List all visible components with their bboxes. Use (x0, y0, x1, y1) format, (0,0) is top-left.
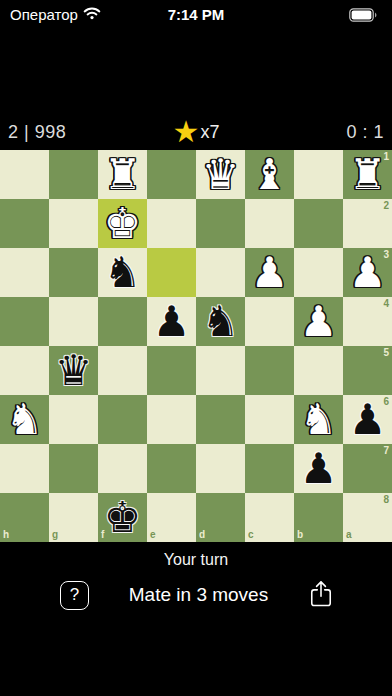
square-e2[interactable] (147, 199, 196, 248)
square-f5[interactable] (98, 346, 147, 395)
file-label: g (52, 530, 58, 540)
square-c4[interactable] (245, 297, 294, 346)
piece-white-pawn[interactable]: ♟ (294, 297, 343, 346)
square-e6[interactable] (147, 395, 196, 444)
square-h6[interactable]: ♞ (0, 395, 49, 444)
square-f2[interactable]: ♚ (98, 199, 147, 248)
rank-label: 2 (383, 201, 389, 211)
square-a7[interactable]: 7 (343, 444, 392, 493)
piece-white-pawn[interactable]: ♟ (245, 248, 294, 297)
square-h4[interactable] (0, 297, 49, 346)
square-c1[interactable]: ♝ (245, 150, 294, 199)
rank-label: 5 (383, 348, 389, 358)
square-g3[interactable] (49, 248, 98, 297)
square-f6[interactable] (98, 395, 147, 444)
square-d5[interactable] (196, 346, 245, 395)
piece-white-queen[interactable]: ♛ (196, 150, 245, 199)
piece-white-bishop[interactable]: ♝ (245, 150, 294, 199)
rank-label: 8 (383, 495, 389, 505)
piece-white-rook[interactable]: ♜ (343, 150, 392, 199)
square-d7[interactable] (196, 444, 245, 493)
square-g1[interactable] (49, 150, 98, 199)
square-a3[interactable]: 3♟ (343, 248, 392, 297)
square-b5[interactable] (294, 346, 343, 395)
rank-label: 4 (383, 299, 389, 309)
square-c7[interactable] (245, 444, 294, 493)
square-a5[interactable]: 5 (343, 346, 392, 395)
square-g2[interactable] (49, 199, 98, 248)
square-b6[interactable]: ♞ (294, 395, 343, 444)
hint-button[interactable]: ? (60, 581, 89, 610)
carrier-label: Оператор (10, 6, 78, 23)
square-e5[interactable] (147, 346, 196, 395)
square-e8[interactable]: e (147, 493, 196, 542)
puzzle-objective: Mate in 3 moves (89, 584, 308, 606)
square-g6[interactable] (49, 395, 98, 444)
share-icon (309, 579, 333, 612)
square-b8[interactable]: b (294, 493, 343, 542)
footer-controls: ? Mate in 3 moves (0, 576, 392, 614)
piece-black-pawn[interactable]: ♟ (294, 444, 343, 493)
square-h8[interactable]: h (0, 493, 49, 542)
piece-black-knight[interactable]: ♞ (98, 248, 147, 297)
square-e4[interactable]: ♟ (147, 297, 196, 346)
square-f3[interactable]: ♞ (98, 248, 147, 297)
square-b1[interactable] (294, 150, 343, 199)
square-b3[interactable] (294, 248, 343, 297)
square-a2[interactable]: 2 (343, 199, 392, 248)
star-icon: ★ (173, 117, 200, 147)
piece-black-pawn[interactable]: ♟ (147, 297, 196, 346)
square-h1[interactable] (0, 150, 49, 199)
square-b2[interactable] (294, 199, 343, 248)
status-bar: Оператор 7:14 PM (0, 0, 392, 25)
square-h2[interactable] (0, 199, 49, 248)
square-f7[interactable] (98, 444, 147, 493)
piece-black-pawn[interactable]: ♟ (343, 395, 392, 444)
square-d6[interactable] (196, 395, 245, 444)
square-d2[interactable] (196, 199, 245, 248)
square-g7[interactable] (49, 444, 98, 493)
star-multiplier: ★ x7 (0, 119, 392, 147)
square-g5[interactable]: ♛ (49, 346, 98, 395)
square-d4[interactable]: ♞ (196, 297, 245, 346)
wifi-icon (83, 6, 101, 24)
square-g8[interactable]: g (49, 493, 98, 542)
square-c8[interactable]: c (245, 493, 294, 542)
file-label: c (248, 530, 254, 540)
piece-white-knight[interactable]: ♞ (294, 395, 343, 444)
piece-white-king[interactable]: ♚ (98, 199, 147, 248)
file-label: e (150, 530, 156, 540)
square-a8[interactable]: 8a (343, 493, 392, 542)
square-f8[interactable]: f♚ (98, 493, 147, 542)
match-score: 0 : 1 (346, 122, 384, 143)
square-b4[interactable]: ♟ (294, 297, 343, 346)
turn-status: Your turn (0, 551, 392, 569)
square-a6[interactable]: 6♟ (343, 395, 392, 444)
square-d1[interactable]: ♛ (196, 150, 245, 199)
square-c3[interactable]: ♟ (245, 248, 294, 297)
square-e1[interactable] (147, 150, 196, 199)
piece-black-knight[interactable]: ♞ (196, 297, 245, 346)
square-e7[interactable] (147, 444, 196, 493)
square-d8[interactable]: d (196, 493, 245, 542)
square-a1[interactable]: 1♜ (343, 150, 392, 199)
square-e3[interactable] (147, 248, 196, 297)
square-c2[interactable] (245, 199, 294, 248)
square-f1[interactable]: ♜ (98, 150, 147, 199)
square-c6[interactable] (245, 395, 294, 444)
file-label: d (199, 530, 205, 540)
battery-full-icon (349, 8, 378, 22)
square-h3[interactable] (0, 248, 49, 297)
piece-black-king[interactable]: ♚ (98, 493, 147, 542)
file-label: h (3, 530, 9, 540)
file-label: b (297, 530, 303, 540)
square-b7[interactable]: ♟ (294, 444, 343, 493)
square-a4[interactable]: 4 (343, 297, 392, 346)
piece-white-rook[interactable]: ♜ (98, 150, 147, 199)
square-f4[interactable] (98, 297, 147, 346)
star-count-label: x7 (200, 122, 219, 143)
piece-white-pawn[interactable]: ♟ (343, 248, 392, 297)
square-h5[interactable] (0, 346, 49, 395)
chess-board: ♜♛♝1♜♚2♞♟3♟♟♞♟4♛5♞♞6♟♟7hgf♚edcb8a (0, 150, 392, 542)
score-bar: 2 | 998 ★ x7 0 : 1 (0, 115, 392, 150)
rank-label: 7 (383, 446, 389, 456)
piece-white-knight[interactable]: ♞ (0, 395, 49, 444)
square-h7[interactable] (0, 444, 49, 493)
square-c5[interactable] (245, 346, 294, 395)
piece-black-queen[interactable]: ♛ (49, 346, 98, 395)
file-label: a (346, 530, 352, 540)
square-d3[interactable] (196, 248, 245, 297)
share-button[interactable] (308, 579, 334, 611)
square-g4[interactable] (49, 297, 98, 346)
